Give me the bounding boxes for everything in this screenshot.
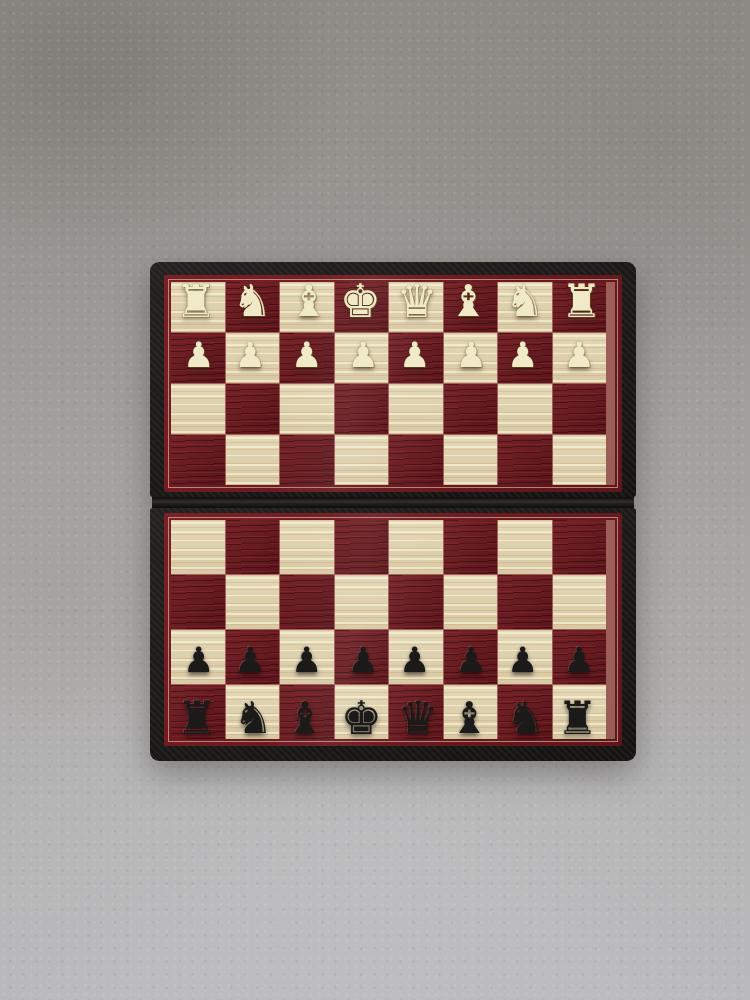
square-c5	[444, 520, 498, 574]
square-g5	[226, 520, 280, 574]
square-a2: ♟	[553, 333, 607, 383]
square-a8: ♜	[553, 685, 607, 739]
square-c3	[444, 384, 498, 434]
black-bishop-piece: ♝	[285, 696, 324, 740]
square-b7: ♟	[498, 630, 552, 684]
square-e8: ♚	[335, 685, 389, 739]
square-b6	[498, 575, 552, 629]
black-king-piece: ♚	[341, 695, 382, 741]
square-e7: ♟	[335, 630, 389, 684]
black-pawn-piece: ♟	[348, 643, 379, 678]
square-d4	[389, 435, 443, 485]
board-grid-bottom: ♟♟♟♟♟♟♟♟♜♞♝♚♛♝♞♜	[171, 520, 615, 739]
square-f5	[280, 520, 334, 574]
square-b8: ♞	[498, 685, 552, 739]
square-f1: ♝	[280, 282, 334, 332]
board-top-surface: ♜♞♝♚♛♝♞♜♟♟♟♟♟♟♟♟	[164, 275, 622, 492]
square-d2: ♟	[389, 333, 443, 383]
square-a1: ♜	[553, 282, 607, 332]
square-h4	[171, 435, 225, 485]
square-b5	[498, 520, 552, 574]
square-d1: ♛	[389, 282, 443, 332]
white-pawn-piece: ♟	[564, 338, 595, 373]
white-knight-piece: ♞	[233, 279, 272, 323]
square-e2: ♟	[335, 333, 389, 383]
square-f4	[280, 435, 334, 485]
white-rook-piece: ♜	[561, 278, 602, 324]
travel-chess-set: ♜♞♝♚♛♝♞♜♟♟♟♟♟♟♟♟ ♟♟♟♟♟♟♟♟♜♞♝♚♛♝♞♜	[150, 262, 636, 761]
black-knight-piece: ♞	[506, 696, 545, 740]
square-f2: ♟	[280, 333, 334, 383]
white-bishop-piece: ♝	[289, 279, 328, 323]
board-bottom-surface: ♟♟♟♟♟♟♟♟♜♞♝♚♛♝♞♜	[164, 513, 622, 746]
square-e4	[335, 435, 389, 485]
white-pawn-piece: ♟	[456, 338, 487, 373]
white-king-piece: ♚	[340, 278, 381, 324]
white-rook-piece: ♜	[175, 278, 216, 324]
square-g6	[226, 575, 280, 629]
white-knight-piece: ♞	[505, 279, 544, 323]
square-b3	[498, 384, 552, 434]
hinge-gap	[152, 497, 634, 508]
concrete-surface: ♜♞♝♚♛♝♞♜♟♟♟♟♟♟♟♟ ♟♟♟♟♟♟♟♟♜♞♝♚♛♝♞♜	[0, 0, 750, 1000]
black-pawn-piece: ♟	[291, 643, 322, 678]
square-g4	[226, 435, 280, 485]
black-pawn-piece: ♟	[399, 643, 430, 678]
square-a5	[553, 520, 607, 574]
white-queen-piece: ♛	[396, 278, 437, 324]
square-b2: ♟	[498, 333, 552, 383]
square-h5	[171, 520, 225, 574]
square-h2: ♟	[171, 333, 225, 383]
square-h6	[171, 575, 225, 629]
square-b4	[498, 435, 552, 485]
black-pawn-piece: ♟	[235, 643, 266, 678]
square-c4	[444, 435, 498, 485]
board-top-half-frame: ♜♞♝♚♛♝♞♜♟♟♟♟♟♟♟♟	[150, 262, 636, 497]
square-b1: ♞	[498, 282, 552, 332]
white-pawn-piece: ♟	[183, 338, 214, 373]
square-c7: ♟	[444, 630, 498, 684]
square-e3	[335, 384, 389, 434]
square-g3	[226, 384, 280, 434]
black-pawn-piece: ♟	[564, 643, 595, 678]
square-d3	[389, 384, 443, 434]
square-g8: ♞	[226, 685, 280, 739]
black-pawn-piece: ♟	[456, 643, 487, 678]
board-grid-top: ♜♞♝♚♛♝♞♜♟♟♟♟♟♟♟♟	[171, 282, 615, 485]
white-pawn-piece: ♟	[291, 338, 322, 373]
square-g7: ♟	[226, 630, 280, 684]
square-c8: ♝	[444, 685, 498, 739]
square-h1: ♜	[171, 282, 225, 332]
black-rook-piece: ♜	[176, 695, 217, 741]
square-g1: ♞	[226, 282, 280, 332]
black-pawn-piece: ♟	[507, 643, 538, 678]
square-e5	[335, 520, 389, 574]
square-h8: ♜	[171, 685, 225, 739]
white-pawn-piece: ♟	[399, 338, 430, 373]
square-c6	[444, 575, 498, 629]
white-bishop-piece: ♝	[449, 279, 488, 323]
square-h3	[171, 384, 225, 434]
black-knight-piece: ♞	[234, 696, 273, 740]
square-f8: ♝	[280, 685, 334, 739]
square-d5	[389, 520, 443, 574]
square-d7: ♟	[389, 630, 443, 684]
square-f7: ♟	[280, 630, 334, 684]
square-f6	[280, 575, 334, 629]
square-c2: ♟	[444, 333, 498, 383]
white-pawn-piece: ♟	[507, 338, 538, 373]
square-a4	[553, 435, 607, 485]
square-a7: ♟	[553, 630, 607, 684]
black-bishop-piece: ♝	[450, 696, 489, 740]
square-g2: ♟	[226, 333, 280, 383]
black-rook-piece: ♜	[557, 695, 598, 741]
white-pawn-piece: ♟	[348, 338, 379, 373]
square-h7: ♟	[171, 630, 225, 684]
black-queen-piece: ♛	[397, 695, 438, 741]
square-d8: ♛	[389, 685, 443, 739]
square-e6	[335, 575, 389, 629]
square-d6	[389, 575, 443, 629]
square-c1: ♝	[444, 282, 498, 332]
black-pawn-piece: ♟	[183, 643, 214, 678]
square-a6	[553, 575, 607, 629]
square-e1: ♚	[335, 282, 389, 332]
white-pawn-piece: ♟	[235, 338, 266, 373]
board-bottom-half-frame: ♟♟♟♟♟♟♟♟♜♞♝♚♛♝♞♜	[150, 508, 636, 761]
square-f3	[280, 384, 334, 434]
square-a3	[553, 384, 607, 434]
